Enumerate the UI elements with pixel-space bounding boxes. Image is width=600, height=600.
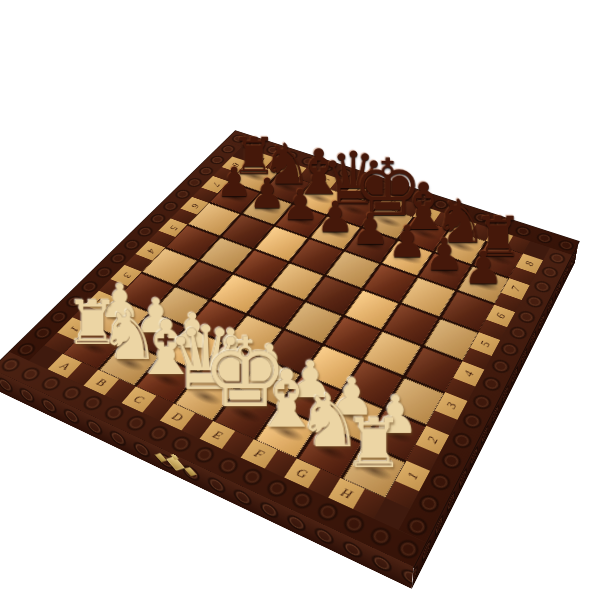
product-photo: ABCDEFGH ABCDEFGH 87654321 87654321 ♜♞♝♛… <box>0 0 600 600</box>
clasp-right-wing <box>184 467 196 476</box>
clasp-left-wing <box>155 453 167 462</box>
white-rook-glyph: ♜ <box>343 409 404 477</box>
black-pawn-glyph: ♟ <box>216 161 253 202</box>
